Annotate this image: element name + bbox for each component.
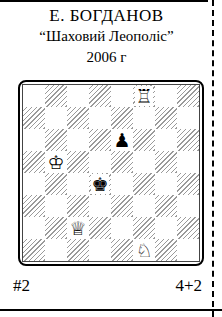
square-e2[interactable] xyxy=(111,217,133,239)
square-e5[interactable] xyxy=(111,151,133,173)
square-h5[interactable] xyxy=(177,151,199,173)
square-f8[interactable]: ♖ xyxy=(133,85,155,107)
square-h2[interactable] xyxy=(177,217,199,239)
square-f2[interactable] xyxy=(133,217,155,239)
square-h6[interactable] xyxy=(177,129,199,151)
square-h4[interactable] xyxy=(177,173,199,195)
square-h7[interactable] xyxy=(177,107,199,129)
square-b7[interactable] xyxy=(45,107,67,129)
problem-footer: #2 4+2 xyxy=(13,276,202,296)
square-a1[interactable] xyxy=(23,239,45,261)
square-b4[interactable] xyxy=(45,173,67,195)
square-h8[interactable] xyxy=(177,85,199,107)
problem-card: Е. БОГДАНОВ “Шаховий Леополіс” 2006 г ♖♟… xyxy=(0,0,222,317)
square-f1[interactable]: ♘ xyxy=(133,239,155,261)
square-d3[interactable] xyxy=(89,195,111,217)
black-pawn-e6: ♟ xyxy=(113,130,131,150)
square-a6[interactable] xyxy=(23,129,45,151)
square-h3[interactable] xyxy=(177,195,199,217)
white-rook-f8: ♖ xyxy=(135,86,153,106)
square-g5[interactable] xyxy=(155,151,177,173)
square-a5[interactable] xyxy=(23,151,45,173)
square-f4[interactable] xyxy=(133,173,155,195)
author-name: Е. БОГДАНОВ xyxy=(0,5,213,26)
square-b6[interactable] xyxy=(45,129,67,151)
square-e4[interactable] xyxy=(111,173,133,195)
square-b2[interactable] xyxy=(45,217,67,239)
problem-header: Е. БОГДАНОВ “Шаховий Леополіс” 2006 г xyxy=(0,5,213,68)
white-queen-c2: ♕ xyxy=(69,218,87,238)
square-g2[interactable] xyxy=(155,217,177,239)
square-h1[interactable] xyxy=(177,239,199,261)
black-king-d4: ♚ xyxy=(91,174,109,194)
square-f7[interactable] xyxy=(133,107,155,129)
square-f6[interactable] xyxy=(133,129,155,151)
square-e3[interactable] xyxy=(111,195,133,217)
square-g3[interactable] xyxy=(155,195,177,217)
square-a7[interactable] xyxy=(23,107,45,129)
square-b8[interactable] xyxy=(45,85,67,107)
square-c4[interactable] xyxy=(67,173,89,195)
white-knight-f1: ♘ xyxy=(135,240,153,260)
square-g6[interactable] xyxy=(155,129,177,151)
square-a3[interactable] xyxy=(23,195,45,217)
square-e7[interactable] xyxy=(111,107,133,129)
square-a8[interactable] xyxy=(23,85,45,107)
square-b3[interactable] xyxy=(45,195,67,217)
square-b1[interactable] xyxy=(45,239,67,261)
square-d4[interactable]: ♚ xyxy=(89,173,111,195)
board-frame: ♖♟♔♚♕♘ xyxy=(18,80,204,266)
card-bottom-rule xyxy=(0,309,222,311)
square-c7[interactable] xyxy=(67,107,89,129)
square-a2[interactable] xyxy=(23,217,45,239)
square-c2[interactable]: ♕ xyxy=(67,217,89,239)
material-count-label: 4+2 xyxy=(175,276,202,296)
square-e8[interactable] xyxy=(111,85,133,107)
square-g4[interactable] xyxy=(155,173,177,195)
square-d8[interactable] xyxy=(89,85,111,107)
square-a4[interactable] xyxy=(23,173,45,195)
square-g1[interactable] xyxy=(155,239,177,261)
square-g7[interactable] xyxy=(155,107,177,129)
square-d2[interactable] xyxy=(89,217,111,239)
white-king-b5: ♔ xyxy=(47,152,65,172)
stipulation-label: #2 xyxy=(13,276,30,296)
square-d7[interactable] xyxy=(89,107,111,129)
square-c5[interactable] xyxy=(67,151,89,173)
chess-board: ♖♟♔♚♕♘ xyxy=(22,84,200,262)
square-b5[interactable]: ♔ xyxy=(45,151,67,173)
square-f3[interactable] xyxy=(133,195,155,217)
source-title: “Шаховий Леополіс” xyxy=(0,26,213,47)
publication-year: 2006 г xyxy=(0,47,213,68)
square-d5[interactable] xyxy=(89,151,111,173)
square-c3[interactable] xyxy=(67,195,89,217)
square-c8[interactable] xyxy=(67,85,89,107)
square-f5[interactable] xyxy=(133,151,155,173)
square-d6[interactable] xyxy=(89,129,111,151)
square-c1[interactable] xyxy=(67,239,89,261)
square-e6[interactable]: ♟ xyxy=(111,129,133,151)
square-e1[interactable] xyxy=(111,239,133,261)
square-c6[interactable] xyxy=(67,129,89,151)
square-d1[interactable] xyxy=(89,239,111,261)
card-top-rule xyxy=(0,0,208,2)
square-g8[interactable] xyxy=(155,85,177,107)
